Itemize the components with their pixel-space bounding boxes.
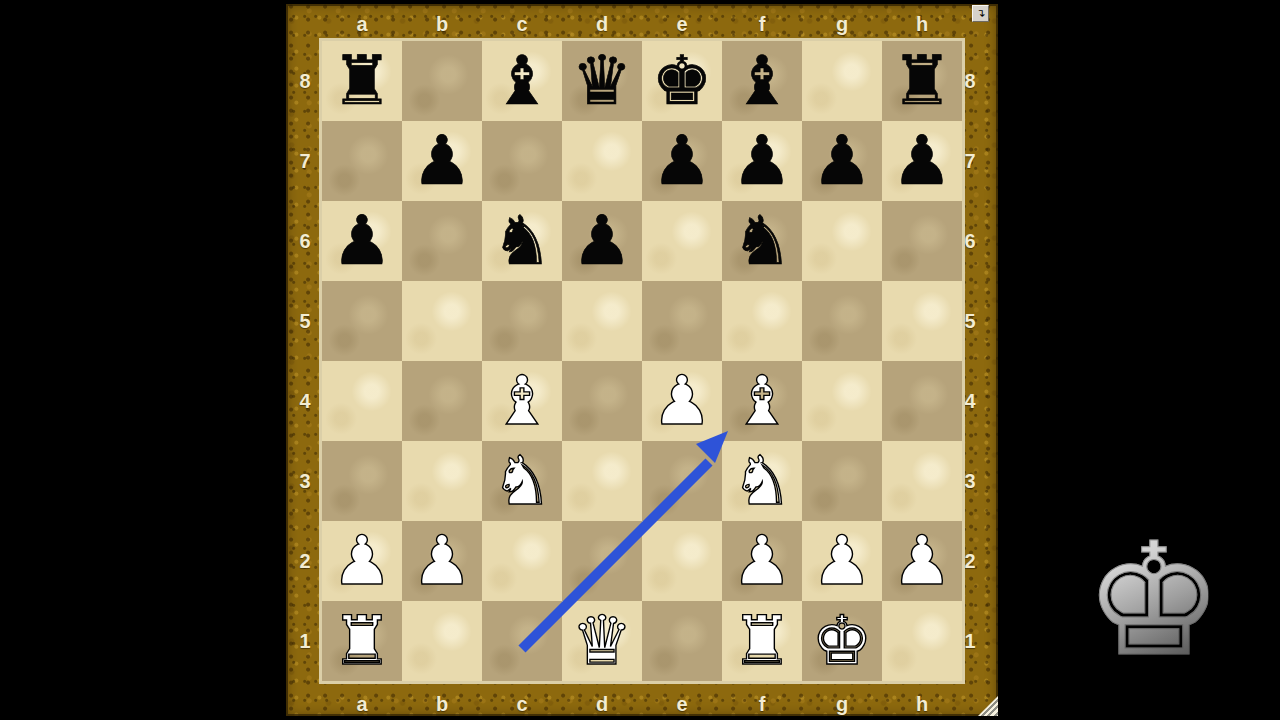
square-h1[interactable] bbox=[882, 601, 962, 681]
curved-arrow-down-icon: ↴ bbox=[976, 7, 985, 20]
square-g1[interactable]: ♚ bbox=[802, 601, 882, 681]
rank-label: 8 bbox=[292, 41, 318, 121]
piece-white-pawn[interactable]: ♟ bbox=[722, 521, 802, 601]
square-b4[interactable] bbox=[402, 361, 482, 441]
rank-label: 1 bbox=[292, 601, 318, 681]
file-label: g bbox=[802, 12, 882, 36]
piece-black-knight[interactable]: ♞ bbox=[722, 201, 802, 281]
square-f7[interactable]: ♟ bbox=[722, 121, 802, 201]
square-e5[interactable] bbox=[642, 281, 722, 361]
piece-white-knight[interactable]: ♞ bbox=[482, 441, 562, 521]
square-h8[interactable]: ♜ bbox=[882, 41, 962, 121]
piece-black-pawn[interactable]: ♟ bbox=[322, 201, 402, 281]
square-d5[interactable] bbox=[562, 281, 642, 361]
square-b5[interactable] bbox=[402, 281, 482, 361]
square-e4[interactable]: ♟ bbox=[642, 361, 722, 441]
piece-white-pawn[interactable]: ♟ bbox=[322, 521, 402, 601]
square-a5[interactable] bbox=[322, 281, 402, 361]
square-d8[interactable]: ♛ bbox=[562, 41, 642, 121]
file-label: a bbox=[322, 12, 402, 36]
square-h5[interactable] bbox=[882, 281, 962, 361]
square-b1[interactable] bbox=[402, 601, 482, 681]
file-label: e bbox=[642, 692, 722, 716]
piece-white-king[interactable]: ♚ bbox=[802, 601, 882, 681]
square-g7[interactable]: ♟ bbox=[802, 121, 882, 201]
square-c4[interactable]: ♝ bbox=[482, 361, 562, 441]
file-label: b bbox=[402, 692, 482, 716]
square-e3[interactable] bbox=[642, 441, 722, 521]
file-label: e bbox=[642, 12, 722, 36]
file-label: a bbox=[322, 692, 402, 716]
silver-king-piece: ♚ bbox=[1084, 516, 1208, 684]
file-label: f bbox=[722, 692, 802, 716]
resize-grip[interactable] bbox=[978, 696, 998, 716]
square-d7[interactable] bbox=[562, 121, 642, 201]
square-b7[interactable]: ♟ bbox=[402, 121, 482, 201]
square-e6[interactable] bbox=[642, 201, 722, 281]
square-g8[interactable] bbox=[802, 41, 882, 121]
square-d1[interactable]: ♛ bbox=[562, 601, 642, 681]
square-b3[interactable] bbox=[402, 441, 482, 521]
chess-board[interactable]: ♜♝♛♚♝♜♟♟♟♟♟♟♞♟♞♝♟♝♞♞♟♟♟♟♟♜♛♜♚ bbox=[319, 38, 965, 684]
file-label: f bbox=[722, 12, 802, 36]
square-h3[interactable] bbox=[882, 441, 962, 521]
piece-black-knight[interactable]: ♞ bbox=[482, 201, 562, 281]
rank-label: 5 bbox=[292, 281, 318, 361]
square-e1[interactable] bbox=[642, 601, 722, 681]
square-e8[interactable]: ♚ bbox=[642, 41, 722, 121]
square-b8[interactable] bbox=[402, 41, 482, 121]
file-label: c bbox=[482, 692, 562, 716]
square-g6[interactable] bbox=[802, 201, 882, 281]
rank-label: 7 bbox=[292, 121, 318, 201]
file-label: h bbox=[882, 692, 962, 716]
square-f4[interactable]: ♝ bbox=[722, 361, 802, 441]
square-f2[interactable]: ♟ bbox=[722, 521, 802, 601]
piece-black-pawn[interactable]: ♟ bbox=[882, 121, 962, 201]
square-h7[interactable]: ♟ bbox=[882, 121, 962, 201]
rank-label: 2 bbox=[292, 521, 318, 601]
square-f8[interactable]: ♝ bbox=[722, 41, 802, 121]
square-d3[interactable] bbox=[562, 441, 642, 521]
piece-white-knight[interactable]: ♞ bbox=[722, 441, 802, 521]
square-c7[interactable] bbox=[482, 121, 562, 201]
square-c3[interactable]: ♞ bbox=[482, 441, 562, 521]
square-d6[interactable]: ♟ bbox=[562, 201, 642, 281]
piece-black-pawn[interactable]: ♟ bbox=[642, 121, 722, 201]
square-b2[interactable]: ♟ bbox=[402, 521, 482, 601]
file-label: d bbox=[562, 692, 642, 716]
square-c5[interactable] bbox=[482, 281, 562, 361]
piece-black-bishop[interactable]: ♝ bbox=[722, 41, 802, 121]
piece-black-queen[interactable]: ♛ bbox=[562, 41, 642, 121]
square-c8[interactable]: ♝ bbox=[482, 41, 562, 121]
square-a2[interactable]: ♟ bbox=[322, 521, 402, 601]
piece-black-pawn[interactable]: ♟ bbox=[562, 201, 642, 281]
square-g5[interactable] bbox=[802, 281, 882, 361]
piece-white-rook[interactable]: ♜ bbox=[322, 601, 402, 681]
square-h6[interactable] bbox=[882, 201, 962, 281]
piece-white-pawn[interactable]: ♟ bbox=[402, 521, 482, 601]
piece-black-pawn[interactable]: ♟ bbox=[402, 121, 482, 201]
square-g4[interactable] bbox=[802, 361, 882, 441]
piece-white-pawn[interactable]: ♟ bbox=[802, 521, 882, 601]
square-c6[interactable]: ♞ bbox=[482, 201, 562, 281]
square-a7[interactable] bbox=[322, 121, 402, 201]
square-a4[interactable] bbox=[322, 361, 402, 441]
square-h2[interactable]: ♟ bbox=[882, 521, 962, 601]
square-g2[interactable]: ♟ bbox=[802, 521, 882, 601]
square-g3[interactable] bbox=[802, 441, 882, 521]
rank-label: 4 bbox=[292, 361, 318, 441]
piece-white-bishop[interactable]: ♝ bbox=[482, 361, 562, 441]
flip-board-button[interactable]: ↴ bbox=[972, 5, 989, 22]
square-d2[interactable] bbox=[562, 521, 642, 601]
file-label: d bbox=[562, 12, 642, 36]
square-d4[interactable] bbox=[562, 361, 642, 441]
square-b6[interactable] bbox=[402, 201, 482, 281]
chess-board-frame: abcdefgh abcdefgh 87654321 87654321 ♜♝♛♚… bbox=[286, 4, 998, 716]
piece-white-rook[interactable]: ♜ bbox=[722, 601, 802, 681]
square-f6[interactable]: ♞ bbox=[722, 201, 802, 281]
square-f1[interactable]: ♜ bbox=[722, 601, 802, 681]
piece-white-pawn[interactable]: ♟ bbox=[642, 361, 722, 441]
piece-black-bishop[interactable]: ♝ bbox=[482, 41, 562, 121]
rank-label: 6 bbox=[292, 201, 318, 281]
square-a6[interactable]: ♟ bbox=[322, 201, 402, 281]
piece-black-rook[interactable]: ♜ bbox=[322, 41, 402, 121]
square-a8[interactable]: ♜ bbox=[322, 41, 402, 121]
file-label: h bbox=[882, 12, 962, 36]
square-c2[interactable] bbox=[482, 521, 562, 601]
piece-white-pawn[interactable]: ♟ bbox=[882, 521, 962, 601]
rank-label: 3 bbox=[292, 441, 318, 521]
file-label: g bbox=[802, 692, 882, 716]
file-label: b bbox=[402, 12, 482, 36]
piece-black-king[interactable]: ♚ bbox=[642, 41, 722, 121]
piece-white-bishop[interactable]: ♝ bbox=[722, 361, 802, 441]
square-e2[interactable] bbox=[642, 521, 722, 601]
square-e7[interactable]: ♟ bbox=[642, 121, 722, 201]
piece-white-queen[interactable]: ♛ bbox=[562, 601, 642, 681]
piece-black-pawn[interactable]: ♟ bbox=[722, 121, 802, 201]
square-c1[interactable] bbox=[482, 601, 562, 681]
square-a3[interactable] bbox=[322, 441, 402, 521]
piece-black-pawn[interactable]: ♟ bbox=[802, 121, 882, 201]
piece-black-rook[interactable]: ♜ bbox=[882, 41, 962, 121]
square-h4[interactable] bbox=[882, 361, 962, 441]
square-f5[interactable] bbox=[722, 281, 802, 361]
file-label: c bbox=[482, 12, 562, 36]
square-a1[interactable]: ♜ bbox=[322, 601, 402, 681]
square-f3[interactable]: ♞ bbox=[722, 441, 802, 521]
